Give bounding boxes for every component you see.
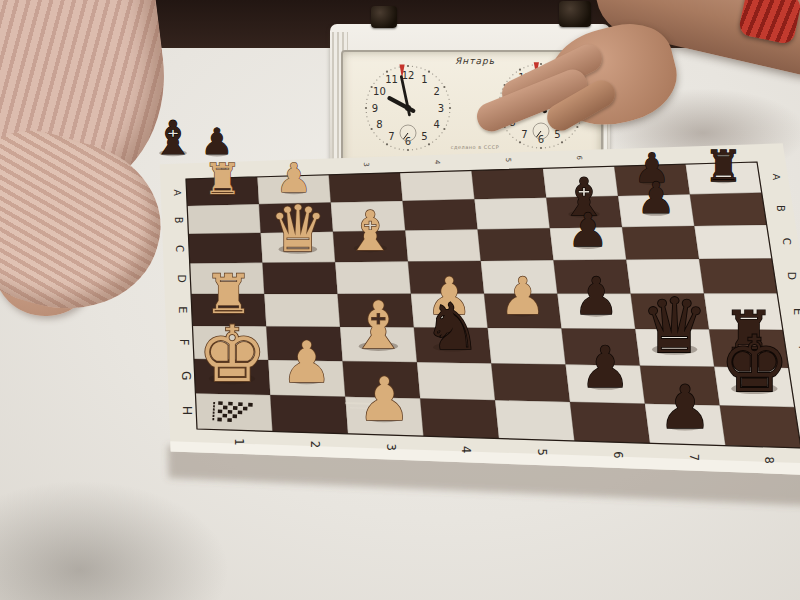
logo-check bbox=[223, 414, 228, 418]
file-label-right-E: E bbox=[791, 308, 800, 315]
piece-white-king-g1: ♚ bbox=[197, 309, 266, 399]
rank-label-bottom-1: 1 bbox=[232, 438, 246, 445]
logo-check bbox=[217, 418, 222, 422]
rank-label-bottom-5: 5 bbox=[535, 449, 549, 456]
piece-black-pawn-b7: ♟ bbox=[637, 173, 676, 223]
file-label-right-B: B bbox=[775, 205, 786, 212]
piece-white-pawn-g2: ♟ bbox=[281, 329, 332, 395]
square-b1 bbox=[187, 204, 261, 234]
rank-label-top-5: 5 bbox=[504, 158, 512, 162]
piece-black-pawn-h7: ♟ bbox=[658, 372, 712, 442]
captured-black-bishop: ♝ bbox=[152, 111, 193, 165]
file-label-left-E: E bbox=[176, 306, 189, 313]
photo-scene: 123456789101112123456789101112 Янтарь сд… bbox=[0, 0, 800, 600]
rank-label-top-4: 4 bbox=[433, 160, 441, 165]
logo-microtext bbox=[213, 402, 215, 404]
rank-label-bottom-7: 7 bbox=[687, 454, 701, 461]
piece-black-king-g8: ♚ bbox=[720, 319, 789, 409]
square-f5 bbox=[488, 328, 566, 365]
square-b8 bbox=[690, 193, 767, 226]
square-h8 bbox=[720, 406, 800, 449]
piece-white-pawn-e5: ♟ bbox=[500, 266, 546, 326]
file-label-left-D: D bbox=[175, 274, 188, 282]
file-label-left-H: H bbox=[180, 406, 195, 416]
square-g4 bbox=[417, 362, 495, 400]
logo-check bbox=[243, 407, 248, 411]
logo-microtext bbox=[213, 408, 215, 410]
logo-check bbox=[248, 403, 253, 407]
logo-microtext bbox=[213, 415, 215, 417]
square-b5 bbox=[475, 198, 550, 230]
file-label-right-C: C bbox=[781, 238, 793, 245]
piece-black-rook-a8: ♜ bbox=[704, 141, 742, 191]
logo-microtext bbox=[213, 405, 215, 407]
square-c1 bbox=[188, 233, 262, 264]
logo-check bbox=[218, 401, 223, 405]
logo-check bbox=[238, 402, 243, 406]
file-label-left-B: B bbox=[173, 217, 184, 224]
captured-black-pawn: ♟ bbox=[201, 121, 233, 162]
piece-white-bishop-c3: ♝ bbox=[346, 199, 395, 263]
rank-label-bottom-8: 8 bbox=[762, 456, 776, 463]
logo-check bbox=[218, 409, 223, 413]
rank-label-bottom-6: 6 bbox=[611, 451, 625, 458]
file-label-right-A: A bbox=[771, 174, 782, 181]
rank-label-bottom-2: 2 bbox=[308, 441, 322, 448]
piece-black-queen-f7: ♛ bbox=[641, 282, 709, 370]
piece-white-pawn-h3: ♟ bbox=[357, 364, 411, 434]
logo-check bbox=[228, 402, 233, 406]
logo-check bbox=[238, 410, 243, 414]
square-c4 bbox=[405, 230, 481, 262]
rank-label-top-3: 3 bbox=[362, 162, 370, 166]
rank-label-bottom-3: 3 bbox=[384, 443, 398, 450]
square-d2 bbox=[263, 262, 338, 294]
piece-white-bishop-f3: ♝ bbox=[349, 288, 407, 363]
square-c5 bbox=[478, 228, 554, 261]
square-b4 bbox=[403, 199, 478, 230]
logo-microtext bbox=[212, 418, 214, 420]
file-label-left-F: F bbox=[177, 339, 191, 346]
piece-black-knight-f4: ♞ bbox=[424, 290, 481, 364]
square-h5 bbox=[495, 400, 574, 441]
piece-black-pawn-e6: ♟ bbox=[573, 266, 619, 326]
square-a4 bbox=[400, 171, 474, 202]
square-h6 bbox=[570, 402, 650, 443]
piece-black-pawn-c6: ♟ bbox=[567, 203, 608, 257]
file-label-left-G: G bbox=[179, 371, 193, 381]
file-label-left-C: C bbox=[174, 245, 186, 252]
piece-white-queen-c2: ♛ bbox=[269, 192, 326, 266]
file-label-right-D: D bbox=[785, 272, 798, 280]
square-d8 bbox=[699, 259, 777, 294]
square-a5 bbox=[472, 168, 547, 199]
square-g5 bbox=[491, 364, 570, 403]
square-h2 bbox=[270, 395, 348, 434]
logo-check bbox=[227, 418, 232, 422]
file-label-left-A: A bbox=[172, 189, 183, 196]
rank-label-bottom-4: 4 bbox=[459, 446, 473, 453]
logo-microtext bbox=[213, 412, 215, 414]
square-h4 bbox=[420, 399, 499, 439]
piece-black-pawn-g6: ♟ bbox=[580, 334, 631, 400]
rank-label-top-6: 6 bbox=[575, 155, 583, 160]
file-label-right-F: F bbox=[796, 346, 800, 353]
logo-check bbox=[233, 414, 238, 418]
logo-check bbox=[233, 406, 238, 410]
square-c7 bbox=[622, 226, 699, 260]
logo-check bbox=[223, 406, 228, 410]
logo-check bbox=[228, 410, 233, 414]
square-c8 bbox=[694, 225, 772, 259]
square-e2 bbox=[264, 294, 340, 327]
